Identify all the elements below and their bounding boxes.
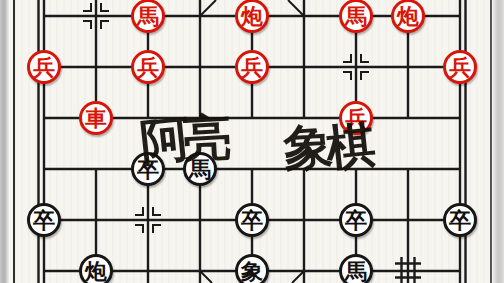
piece-glyph: 卒 xyxy=(235,203,269,237)
piece-red-pawn[interactable]: 兵 xyxy=(226,42,278,93)
left-window-edge xyxy=(0,0,9,283)
piece-glyph: 炮 xyxy=(235,0,269,33)
piece-glyph: 卒 xyxy=(443,203,477,237)
piece-glyph: 象 xyxy=(235,254,269,283)
piece-red-pawn[interactable]: 兵 xyxy=(434,42,486,93)
piece-glyph: 卒 xyxy=(339,203,373,237)
piece-black-pawn[interactable]: 卒 xyxy=(434,195,486,246)
piece-red-pawn[interactable]: 兵 xyxy=(330,93,382,144)
piece-glyph: 卒 xyxy=(27,203,61,237)
piece-glyph: 卒 xyxy=(131,152,165,186)
piece-red-pawn[interactable]: 兵 xyxy=(18,42,70,93)
piece-red-cannon[interactable]: 炮 xyxy=(226,0,278,42)
piece-glyph: 兵 xyxy=(443,50,477,84)
piece-glyph: 炮 xyxy=(79,254,113,283)
piece-red-horse[interactable]: 馬 xyxy=(330,0,382,42)
piece-black-pawn[interactable]: 卒 xyxy=(226,195,278,246)
piece-glyph: 馬 xyxy=(339,0,373,33)
piece-black-elephant[interactable]: 象 xyxy=(226,246,278,283)
piece-red-pawn[interactable]: 兵 xyxy=(122,42,174,93)
piece-glyph: 馬 xyxy=(339,254,373,283)
piece-black-horse[interactable]: 馬 xyxy=(330,246,382,283)
piece-glyph: 車 xyxy=(79,101,113,135)
piece-glyph: 炮 xyxy=(391,0,425,33)
piece-glyph: 馬 xyxy=(183,152,217,186)
piece-black-pawn[interactable]: 卒 xyxy=(18,195,70,246)
piece-layer[interactable]: 馬炮馬炮兵兵兵兵車兵卒馬卒卒卒卒炮象馬 xyxy=(18,0,486,283)
piece-glyph: 兵 xyxy=(235,50,269,84)
piece-glyph: 馬 xyxy=(131,0,165,33)
piece-black-cannon[interactable]: 炮 xyxy=(70,246,122,283)
xiangqi-board-view: 馬炮馬炮兵兵兵兵車兵卒馬卒卒卒卒炮象馬 阿亮象棋 xyxy=(0,0,504,283)
piece-red-cannon[interactable]: 炮 xyxy=(382,0,434,42)
piece-red-horse[interactable]: 馬 xyxy=(122,0,174,42)
piece-black-pawn[interactable]: 卒 xyxy=(122,144,174,195)
piece-glyph: 兵 xyxy=(27,50,61,84)
piece-glyph: 兵 xyxy=(339,101,373,135)
piece-red-chariot[interactable]: 車 xyxy=(70,93,122,144)
piece-glyph: 兵 xyxy=(131,50,165,84)
piece-black-horse[interactable]: 馬 xyxy=(174,144,226,195)
piece-black-pawn[interactable]: 卒 xyxy=(330,195,382,246)
right-window-edge xyxy=(490,0,504,283)
